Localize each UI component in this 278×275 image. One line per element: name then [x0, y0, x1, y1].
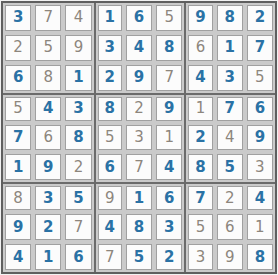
cell-digit: 8 — [247, 244, 273, 270]
cell-digit: 8 — [35, 65, 61, 91]
cell-digit: 5 — [247, 65, 273, 91]
cell-digit: 1 — [217, 35, 243, 61]
cell-r3c1[interactable]: 6 — [3, 63, 33, 93]
cell-r5c3[interactable]: 8 — [63, 123, 93, 153]
cell-digit: 2 — [98, 65, 122, 91]
cell-r1c1[interactable]: 3 — [3, 3, 33, 33]
cell-digit: 4 — [156, 154, 182, 180]
cell-digit: 6 — [98, 154, 122, 180]
cell-r7c8[interactable]: 2 — [215, 182, 245, 212]
cell-r4c5[interactable]: 2 — [124, 93, 154, 123]
cell-r5c9[interactable]: 9 — [245, 123, 275, 153]
cell-r6c2[interactable]: 9 — [33, 152, 63, 182]
cell-r1c9[interactable]: 2 — [245, 3, 275, 33]
cell-digit: 5 — [126, 244, 152, 270]
cell-digit: 8 — [188, 154, 212, 180]
cell-digit: 3 — [98, 35, 122, 61]
cell-digit: 1 — [188, 97, 212, 121]
cell-r7c7[interactable]: 7 — [184, 182, 214, 212]
cell-digit: 3 — [126, 125, 152, 151]
cell-r7c3[interactable]: 5 — [63, 182, 93, 212]
cell-digit: 4 — [98, 214, 122, 240]
cell-digit: 3 — [35, 186, 61, 210]
cell-r8c6[interactable]: 3 — [154, 212, 184, 242]
cell-digit: 7 — [247, 35, 273, 61]
cell-r1c5[interactable]: 6 — [124, 3, 154, 33]
cell-r9c5[interactable]: 5 — [124, 242, 154, 272]
cell-digit: 1 — [156, 125, 182, 151]
cell-digit: 6 — [65, 244, 91, 270]
cell-digit: 5 — [65, 186, 91, 210]
cell-r9c7[interactable]: 3 — [184, 242, 214, 272]
cell-digit: 9 — [98, 186, 122, 210]
cell-digit: 1 — [5, 154, 31, 180]
cell-r3c8[interactable]: 3 — [215, 63, 245, 93]
cell-digit: 9 — [217, 244, 243, 270]
cell-digit: 7 — [156, 65, 182, 91]
cell-r1c7[interactable]: 9 — [184, 3, 214, 33]
cell-r2c1[interactable]: 2 — [3, 33, 33, 63]
cell-digit: 6 — [5, 65, 31, 91]
cell-digit: 7 — [126, 154, 152, 180]
cell-digit: 2 — [156, 244, 182, 270]
cell-r5c1[interactable]: 7 — [3, 123, 33, 153]
cell-r8c4[interactable]: 4 — [94, 212, 124, 242]
cell-digit: 2 — [65, 154, 91, 180]
cell-digit: 6 — [217, 214, 243, 240]
cell-r6c6[interactable]: 4 — [154, 152, 184, 182]
cell-digit: 3 — [247, 154, 273, 180]
cell-r4c8[interactable]: 7 — [215, 93, 245, 123]
cell-digit: 9 — [35, 154, 61, 180]
cell-r1c2[interactable]: 7 — [33, 3, 63, 33]
cell-digit: 7 — [217, 97, 243, 121]
cell-r4c9[interactable]: 6 — [245, 93, 275, 123]
cell-r2c2[interactable]: 5 — [33, 33, 63, 63]
sudoku-board: 3741659822593486176812974355438291767685… — [1, 1, 277, 274]
cell-digit: 2 — [217, 186, 243, 210]
cell-r8c1[interactable]: 9 — [3, 212, 33, 242]
cell-r1c8[interactable]: 8 — [215, 3, 245, 33]
cell-digit: 5 — [188, 214, 212, 240]
cell-digit: 5 — [5, 97, 31, 121]
cell-digit: 4 — [247, 186, 273, 210]
cell-r3c7[interactable]: 4 — [184, 63, 214, 93]
cell-r4c1[interactable]: 5 — [3, 93, 33, 123]
cell-r5c2[interactable]: 6 — [33, 123, 63, 153]
cell-r6c4[interactable]: 6 — [94, 152, 124, 182]
cell-digit: 1 — [35, 244, 61, 270]
cell-r7c2[interactable]: 3 — [33, 182, 63, 212]
cell-digit: 4 — [217, 125, 243, 151]
cell-r4c2[interactable]: 4 — [33, 93, 63, 123]
cell-digit: 2 — [188, 125, 212, 151]
cell-digit: 8 — [5, 186, 31, 210]
cell-digit: 6 — [188, 35, 212, 61]
cell-r7c6[interactable]: 6 — [154, 182, 184, 212]
cell-digit: 4 — [5, 244, 31, 270]
cell-digit: 7 — [5, 125, 31, 151]
cell-r5c7[interactable]: 2 — [184, 123, 214, 153]
cell-digit: 9 — [5, 214, 31, 240]
cell-r9c9[interactable]: 8 — [245, 242, 275, 272]
cell-digit: 1 — [247, 214, 273, 240]
cell-digit: 2 — [247, 5, 273, 31]
cell-digit: 3 — [188, 244, 212, 270]
cell-digit: 8 — [217, 5, 243, 31]
cell-digit: 1 — [65, 65, 91, 91]
cell-digit: 9 — [188, 5, 212, 31]
cell-digit: 7 — [98, 244, 122, 270]
cell-digit: 4 — [35, 97, 61, 121]
cell-r4c6[interactable]: 9 — [154, 93, 184, 123]
cell-r5c4[interactable]: 5 — [94, 123, 124, 153]
cell-r6c9[interactable]: 3 — [245, 152, 275, 182]
cell-r4c4[interactable]: 8 — [94, 93, 124, 123]
cell-r8c8[interactable]: 6 — [215, 212, 245, 242]
cell-r5c8[interactable]: 4 — [215, 123, 245, 153]
cell-r7c5[interactable]: 1 — [124, 182, 154, 212]
cell-r8c7[interactable]: 5 — [184, 212, 214, 242]
cell-r4c3[interactable]: 3 — [63, 93, 93, 123]
cell-r3c2[interactable]: 8 — [33, 63, 63, 93]
cell-r7c1[interactable]: 8 — [3, 182, 33, 212]
cell-r6c7[interactable]: 8 — [184, 152, 214, 182]
cell-r2c6[interactable]: 8 — [154, 33, 184, 63]
cell-digit: 6 — [126, 5, 152, 31]
cell-r9c4[interactable]: 7 — [94, 242, 124, 272]
cell-r6c1[interactable]: 1 — [3, 152, 33, 182]
cell-digit: 1 — [98, 5, 122, 31]
cell-r8c3[interactable]: 7 — [63, 212, 93, 242]
cell-digit: 9 — [126, 65, 152, 91]
cell-digit: 2 — [5, 35, 31, 61]
cell-r2c9[interactable]: 7 — [245, 33, 275, 63]
cell-digit: 2 — [126, 97, 152, 121]
cell-r1c4[interactable]: 1 — [94, 3, 124, 33]
cell-digit: 9 — [65, 35, 91, 61]
cell-r6c8[interactable]: 5 — [215, 152, 245, 182]
cell-digit: 3 — [217, 65, 243, 91]
cell-digit: 4 — [188, 65, 212, 91]
cell-r1c6[interactable]: 5 — [154, 3, 184, 33]
cell-r6c3[interactable]: 2 — [63, 152, 93, 182]
cell-digit: 1 — [126, 186, 152, 210]
cell-r2c7[interactable]: 6 — [184, 33, 214, 63]
cell-r3c5[interactable]: 9 — [124, 63, 154, 93]
cell-r9c1[interactable]: 4 — [3, 242, 33, 272]
cell-r3c9[interactable]: 5 — [245, 63, 275, 93]
cell-digit: 8 — [65, 125, 91, 151]
cell-r8c2[interactable]: 2 — [33, 212, 63, 242]
cell-digit: 2 — [35, 214, 61, 240]
cell-digit: 3 — [65, 97, 91, 121]
cell-r9c6[interactable]: 2 — [154, 242, 184, 272]
cell-digit: 5 — [217, 154, 243, 180]
cell-digit: 3 — [156, 214, 182, 240]
cell-r2c5[interactable]: 4 — [124, 33, 154, 63]
cell-digit: 4 — [126, 35, 152, 61]
cell-digit: 5 — [35, 35, 61, 61]
cell-r2c3[interactable]: 9 — [63, 33, 93, 63]
cell-digit: 7 — [35, 5, 61, 31]
cell-r3c3[interactable]: 1 — [63, 63, 93, 93]
cell-digit: 9 — [247, 125, 273, 151]
cell-r1c3[interactable]: 4 — [63, 3, 93, 33]
cell-r9c3[interactable]: 6 — [63, 242, 93, 272]
cell-digit: 5 — [98, 125, 122, 151]
cell-r8c9[interactable]: 1 — [245, 212, 275, 242]
cell-digit: 4 — [65, 5, 91, 31]
cell-r6c5[interactable]: 7 — [124, 152, 154, 182]
cell-r7c4[interactable]: 9 — [94, 182, 124, 212]
cell-r4c7[interactable]: 1 — [184, 93, 214, 123]
cell-r5c6[interactable]: 1 — [154, 123, 184, 153]
cell-r3c6[interactable]: 7 — [154, 63, 184, 93]
cell-digit: 6 — [35, 125, 61, 151]
cell-r8c5[interactable]: 8 — [124, 212, 154, 242]
cell-digit: 3 — [5, 5, 31, 31]
cell-r2c4[interactable]: 3 — [94, 33, 124, 63]
cell-r7c9[interactable]: 4 — [245, 182, 275, 212]
cell-r5c5[interactable]: 3 — [124, 123, 154, 153]
cell-digit: 9 — [156, 97, 182, 121]
cell-r9c8[interactable]: 9 — [215, 242, 245, 272]
cell-digit: 8 — [126, 214, 152, 240]
cell-digit: 6 — [247, 97, 273, 121]
cell-digit: 7 — [188, 186, 212, 210]
cell-r9c2[interactable]: 1 — [33, 242, 63, 272]
cell-digit: 7 — [65, 214, 91, 240]
cell-digit: 8 — [98, 97, 122, 121]
cell-r2c8[interactable]: 1 — [215, 33, 245, 63]
sudoku-app: 3741659822593486176812974355438291767685… — [0, 0, 278, 275]
cell-digit: 8 — [156, 35, 182, 61]
cell-digit: 5 — [156, 5, 182, 31]
cell-r3c4[interactable]: 2 — [94, 63, 124, 93]
cell-digit: 6 — [156, 186, 182, 210]
